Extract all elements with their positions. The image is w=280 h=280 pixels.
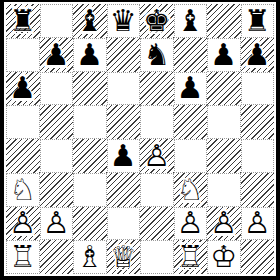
piece-glyph: ♟ [43, 40, 70, 70]
square-e2[interactable] [140, 207, 174, 241]
piece-glyph: ♜ [9, 6, 36, 36]
piece-glyph: ♙ [244, 208, 271, 238]
piece-black-pawn: ♟♟ [207, 38, 241, 72]
piece-glyph: ♞ [143, 40, 170, 70]
piece-white-pawn: ♟♙ [140, 139, 174, 173]
piece-white-pawn: ♟♙ [241, 207, 275, 241]
square-f3[interactable]: ♞♘ [174, 173, 208, 207]
square-f4[interactable] [174, 139, 208, 173]
square-d7[interactable] [107, 38, 141, 72]
piece-glyph: ♟ [76, 40, 103, 70]
square-h7[interactable]: ♟♟ [241, 38, 275, 72]
square-d5[interactable] [107, 105, 141, 139]
square-a5[interactable] [6, 105, 40, 139]
square-c2[interactable] [73, 207, 107, 241]
square-h1[interactable] [241, 240, 275, 274]
board-frame: ♜♜♝♝♛♛♚♚♝♝♜♜♟♟♟♟♞♞♟♟♟♟♟♟♟♟♟♟♟♙♞♘♞♘♟♙♟♙♟♙… [0, 0, 280, 280]
square-g5[interactable] [207, 105, 241, 139]
square-h2[interactable]: ♟♙ [241, 207, 275, 241]
square-f7[interactable] [174, 38, 208, 72]
piece-black-pawn: ♟♟ [6, 72, 40, 106]
square-f1[interactable]: ♜♖ [174, 240, 208, 274]
square-a7[interactable] [6, 38, 40, 72]
square-g3[interactable] [207, 173, 241, 207]
square-a1[interactable]: ♜♖ [6, 240, 40, 274]
square-g2[interactable]: ♟♙ [207, 207, 241, 241]
square-f5[interactable] [174, 105, 208, 139]
square-e1[interactable] [140, 240, 174, 274]
square-c7[interactable]: ♟♟ [73, 38, 107, 72]
square-g4[interactable] [207, 139, 241, 173]
square-a2[interactable]: ♟♙ [6, 207, 40, 241]
piece-white-queen: ♛♕ [107, 240, 141, 274]
piece-white-knight: ♞♘ [174, 173, 208, 207]
square-e3[interactable] [140, 173, 174, 207]
square-a3[interactable]: ♞♘ [6, 173, 40, 207]
square-a8[interactable]: ♜♜ [6, 4, 40, 38]
piece-white-pawn: ♟♙ [40, 207, 74, 241]
square-c6[interactable] [73, 72, 107, 106]
square-e6[interactable] [140, 72, 174, 106]
piece-glyph: ♗ [76, 242, 103, 272]
square-g8[interactable] [207, 4, 241, 38]
square-e8[interactable]: ♚♚ [140, 4, 174, 38]
piece-white-rook: ♜♖ [174, 240, 208, 274]
piece-glyph: ♟ [9, 73, 36, 103]
piece-glyph: ♘ [9, 175, 36, 205]
square-b7[interactable]: ♟♟ [40, 38, 74, 72]
piece-white-pawn: ♟♙ [207, 207, 241, 241]
piece-black-knight: ♞♞ [140, 38, 174, 72]
square-g6[interactable] [207, 72, 241, 106]
square-c5[interactable] [73, 105, 107, 139]
piece-black-pawn: ♟♟ [40, 38, 74, 72]
piece-white-pawn: ♟♙ [6, 207, 40, 241]
piece-black-pawn: ♟♟ [107, 139, 141, 173]
square-h8[interactable]: ♜♜ [241, 4, 275, 38]
piece-white-knight: ♞♘ [6, 173, 40, 207]
piece-glyph: ♙ [143, 141, 170, 171]
piece-glyph: ♙ [43, 208, 70, 238]
square-a6[interactable]: ♟♟ [6, 72, 40, 106]
square-b5[interactable] [40, 105, 74, 139]
piece-glyph: ♖ [177, 242, 204, 272]
piece-glyph: ♕ [110, 242, 137, 272]
chess-board: ♜♜♝♝♛♛♚♚♝♝♜♜♟♟♟♟♞♞♟♟♟♟♟♟♟♟♟♟♟♙♞♘♞♘♟♙♟♙♟♙… [6, 4, 274, 274]
square-e5[interactable] [140, 105, 174, 139]
piece-glyph: ♛ [110, 6, 137, 36]
piece-white-bishop: ♝♗ [73, 240, 107, 274]
piece-glyph: ♙ [177, 208, 204, 238]
piece-black-king: ♚♚ [140, 4, 174, 38]
square-f2[interactable]: ♟♙ [174, 207, 208, 241]
piece-black-bishop: ♝♝ [73, 4, 107, 38]
piece-black-pawn: ♟♟ [241, 38, 275, 72]
piece-glyph: ♝ [76, 6, 103, 36]
square-c4[interactable] [73, 139, 107, 173]
square-d8[interactable]: ♛♛ [107, 4, 141, 38]
piece-glyph: ♟ [244, 40, 271, 70]
piece-white-king: ♚♔ [207, 240, 241, 274]
square-e4[interactable]: ♟♙ [140, 139, 174, 173]
square-d6[interactable] [107, 72, 141, 106]
piece-black-pawn: ♟♟ [73, 38, 107, 72]
piece-black-rook: ♜♜ [6, 4, 40, 38]
square-d2[interactable] [107, 207, 141, 241]
square-h5[interactable] [241, 105, 275, 139]
piece-glyph: ♟ [210, 40, 237, 70]
square-b4[interactable] [40, 139, 74, 173]
square-e7[interactable]: ♞♞ [140, 38, 174, 72]
square-d1[interactable]: ♛♕ [107, 240, 141, 274]
square-f8[interactable]: ♝♝ [174, 4, 208, 38]
square-f6[interactable]: ♟♟ [174, 72, 208, 106]
piece-glyph: ♖ [9, 242, 36, 272]
piece-glyph: ♔ [210, 242, 237, 272]
square-b1[interactable] [40, 240, 74, 274]
piece-glyph: ♝ [177, 6, 204, 36]
square-b6[interactable] [40, 72, 74, 106]
square-h4[interactable] [241, 139, 275, 173]
square-c1[interactable]: ♝♗ [73, 240, 107, 274]
square-d3[interactable] [107, 173, 141, 207]
piece-white-pawn: ♟♙ [174, 207, 208, 241]
piece-white-rook: ♜♖ [6, 240, 40, 274]
square-a4[interactable] [6, 139, 40, 173]
piece-glyph: ♟ [177, 73, 204, 103]
piece-black-rook: ♜♜ [241, 4, 275, 38]
square-b3[interactable] [40, 173, 74, 207]
square-g1[interactable]: ♚♔ [207, 240, 241, 274]
square-d4[interactable]: ♟♟ [107, 139, 141, 173]
piece-black-queen: ♛♛ [107, 4, 141, 38]
square-h3[interactable] [241, 173, 275, 207]
square-b8[interactable] [40, 4, 74, 38]
square-g7[interactable]: ♟♟ [207, 38, 241, 72]
piece-glyph: ♟ [110, 141, 137, 171]
piece-black-pawn: ♟♟ [174, 72, 208, 106]
chess-diagram: ♜♜♝♝♛♛♚♚♝♝♜♜♟♟♟♟♞♞♟♟♟♟♟♟♟♟♟♟♟♙♞♘♞♘♟♙♟♙♟♙… [0, 0, 280, 280]
square-h6[interactable] [241, 72, 275, 106]
piece-glyph: ♙ [9, 208, 36, 238]
square-c3[interactable] [73, 173, 107, 207]
piece-glyph: ♚ [143, 6, 170, 36]
piece-black-bishop: ♝♝ [174, 4, 208, 38]
piece-glyph: ♙ [210, 208, 237, 238]
square-b2[interactable]: ♟♙ [40, 207, 74, 241]
piece-glyph: ♘ [177, 175, 204, 205]
piece-glyph: ♜ [244, 6, 271, 36]
square-c8[interactable]: ♝♝ [73, 4, 107, 38]
